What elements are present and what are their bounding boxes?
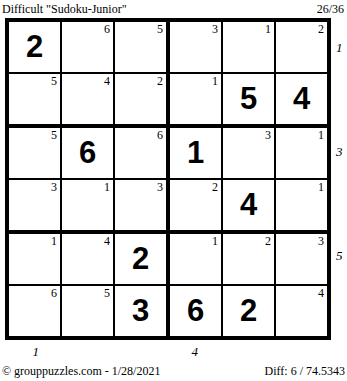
corner-clue: 6 <box>157 128 163 142</box>
cell-r3c4[interactable]: 1 <box>170 128 223 180</box>
board-row-5: 142123 <box>9 234 327 286</box>
corner-clue: 2 <box>212 180 218 194</box>
sudoku-board: 265312542154566131313241142123653624 <box>5 18 331 340</box>
cell-r6c3[interactable]: 3 <box>115 286 170 336</box>
cell-r5c1[interactable]: 1 <box>9 234 62 286</box>
cell-r4c3[interactable]: 3 <box>115 180 170 234</box>
cell-r1c5[interactable]: 1 <box>223 22 276 74</box>
corner-clue: 5 <box>104 286 110 300</box>
board-row-4: 313241 <box>9 180 327 234</box>
puzzle-page: Difficult "Sudoku-Junior" 26/36 26531254… <box>0 0 347 381</box>
corner-clue: 2 <box>318 22 324 36</box>
corner-clue: 6 <box>104 22 110 36</box>
corner-clue: 5 <box>51 74 57 88</box>
cell-r3c2[interactable]: 6 <box>62 128 115 180</box>
corner-clue: 1 <box>212 74 218 88</box>
cell-r3c1[interactable]: 5 <box>9 128 62 180</box>
copyright-text: © grouppuzzles.com - 1/28/2021 <box>2 364 160 379</box>
given-digit: 6 <box>62 128 113 178</box>
cell-r2c6[interactable]: 4 <box>276 74 327 128</box>
corner-clue: 3 <box>212 22 218 36</box>
difficulty-text: Diff: 6 / 74.5343 <box>265 364 345 379</box>
cell-r1c3[interactable]: 5 <box>115 22 170 74</box>
cell-r6c4[interactable]: 6 <box>170 286 223 336</box>
board-row-2: 542154 <box>9 74 327 128</box>
corner-clue: 6 <box>51 286 57 300</box>
cell-r5c6[interactable]: 3 <box>276 234 327 286</box>
corner-clue: 2 <box>157 74 163 88</box>
cell-r6c5[interactable]: 2 <box>223 286 276 336</box>
row-label-5: 5 <box>336 248 343 264</box>
cell-r4c5[interactable]: 4 <box>223 180 276 234</box>
cell-r1c4[interactable]: 3 <box>170 22 223 74</box>
corner-clue: 1 <box>212 234 218 248</box>
cell-r6c2[interactable]: 5 <box>62 286 115 336</box>
corner-clue: 4 <box>318 286 324 300</box>
cell-r6c6[interactable]: 4 <box>276 286 327 336</box>
given-digit: 5 <box>223 74 274 124</box>
board-row-6: 653624 <box>9 286 327 336</box>
corner-clue: 3 <box>51 180 57 194</box>
board-row-1: 265312 <box>9 22 327 74</box>
corner-clue: 3 <box>157 180 163 194</box>
cell-r5c3[interactable]: 2 <box>115 234 170 286</box>
cell-r2c4[interactable]: 1 <box>170 74 223 128</box>
cell-r2c1[interactable]: 5 <box>9 74 62 128</box>
corner-clue: 1 <box>318 180 324 194</box>
cell-r6c1[interactable]: 6 <box>9 286 62 336</box>
corner-clue: 1 <box>104 180 110 194</box>
given-digit: 1 <box>170 128 221 178</box>
corner-clue: 2 <box>265 234 271 248</box>
corner-clue: 4 <box>104 74 110 88</box>
corner-clue: 3 <box>318 234 324 248</box>
corner-clue: 4 <box>104 234 110 248</box>
cell-r2c3[interactable]: 2 <box>115 74 170 128</box>
given-digit: 2 <box>223 286 274 336</box>
cell-r5c4[interactable]: 1 <box>170 234 223 286</box>
cell-r1c6[interactable]: 2 <box>276 22 327 74</box>
cell-r3c3[interactable]: 6 <box>115 128 170 180</box>
row-label-1: 1 <box>336 40 343 56</box>
page-title: Difficult "Sudoku-Junior" <box>2 2 127 17</box>
corner-clue: 5 <box>157 22 163 36</box>
col-label-4: 4 <box>192 344 199 360</box>
cell-r3c5[interactable]: 3 <box>223 128 276 180</box>
given-digit: 4 <box>223 180 274 230</box>
board-row-3: 566131 <box>9 128 327 180</box>
cell-r2c5[interactable]: 5 <box>223 74 276 128</box>
corner-clue: 1 <box>51 234 57 248</box>
corner-clue: 3 <box>265 128 271 142</box>
given-digit: 4 <box>276 74 327 124</box>
progress-counter: 26/36 <box>317 2 344 17</box>
given-digit: 2 <box>115 234 166 284</box>
cell-r4c6[interactable]: 1 <box>276 180 327 234</box>
cell-r5c5[interactable]: 2 <box>223 234 276 286</box>
corner-clue: 5 <box>51 128 57 142</box>
cell-r1c1[interactable]: 2 <box>9 22 62 74</box>
given-digit: 2 <box>9 22 60 72</box>
cell-r4c1[interactable]: 3 <box>9 180 62 234</box>
cell-r3c6[interactable]: 1 <box>276 128 327 180</box>
given-digit: 6 <box>170 286 221 336</box>
corner-clue: 1 <box>265 22 271 36</box>
col-label-1: 1 <box>33 344 40 360</box>
cell-r4c4[interactable]: 2 <box>170 180 223 234</box>
corner-clue: 1 <box>318 128 324 142</box>
cell-r2c2[interactable]: 4 <box>62 74 115 128</box>
given-digit: 3 <box>115 286 166 336</box>
cell-r5c2[interactable]: 4 <box>62 234 115 286</box>
cell-r1c2[interactable]: 6 <box>62 22 115 74</box>
cell-r4c2[interactable]: 1 <box>62 180 115 234</box>
row-label-3: 3 <box>336 144 343 160</box>
